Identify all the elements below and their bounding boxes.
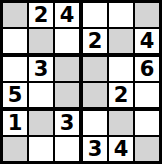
cell-r3c4[interactable] bbox=[83, 57, 107, 81]
cell-r6c1[interactable] bbox=[3, 137, 27, 161]
cell-r3c6[interactable]: 6 bbox=[135, 57, 159, 81]
cell-r5c5[interactable] bbox=[109, 111, 133, 135]
cell-r4c1[interactable]: 5 bbox=[3, 83, 27, 107]
cell-r2c3[interactable] bbox=[55, 29, 79, 53]
cell-r1c5[interactable] bbox=[109, 3, 133, 27]
cell-r2c1[interactable] bbox=[3, 29, 27, 53]
cell-r6c5[interactable]: 4 bbox=[109, 137, 133, 161]
cell-r3c2[interactable]: 3 bbox=[29, 57, 53, 81]
cell-r6c4[interactable]: 3 bbox=[83, 137, 107, 161]
sudoku-board: 242436521334 bbox=[0, 0, 162, 164]
cell-r5c4[interactable] bbox=[83, 111, 107, 135]
cell-r1c4[interactable] bbox=[83, 3, 107, 27]
cell-r4c3[interactable] bbox=[55, 83, 79, 107]
cell-r5c3[interactable]: 3 bbox=[55, 111, 79, 135]
cell-r1c3[interactable]: 4 bbox=[55, 3, 79, 27]
cell-r3c1[interactable] bbox=[3, 57, 27, 81]
cell-r3c3[interactable] bbox=[55, 57, 79, 81]
cell-r1c6[interactable] bbox=[135, 3, 159, 27]
cell-r5c2[interactable] bbox=[29, 111, 53, 135]
cell-r1c1[interactable] bbox=[3, 3, 27, 27]
cell-r4c5[interactable]: 2 bbox=[109, 83, 133, 107]
cell-r5c1[interactable]: 1 bbox=[3, 111, 27, 135]
cell-r2c5[interactable] bbox=[109, 29, 133, 53]
cell-r6c6[interactable] bbox=[135, 137, 159, 161]
cell-r1c2[interactable]: 2 bbox=[29, 3, 53, 27]
cell-r3c5[interactable] bbox=[109, 57, 133, 81]
cell-r4c2[interactable] bbox=[29, 83, 53, 107]
cell-r2c6[interactable]: 4 bbox=[135, 29, 159, 53]
cell-r4c6[interactable] bbox=[135, 83, 159, 107]
cell-r6c3[interactable] bbox=[55, 137, 79, 161]
cell-r6c2[interactable] bbox=[29, 137, 53, 161]
cell-r2c2[interactable] bbox=[29, 29, 53, 53]
cell-r5c6[interactable] bbox=[135, 111, 159, 135]
cell-r4c4[interactable] bbox=[83, 83, 107, 107]
cell-r2c4[interactable]: 2 bbox=[83, 29, 107, 53]
